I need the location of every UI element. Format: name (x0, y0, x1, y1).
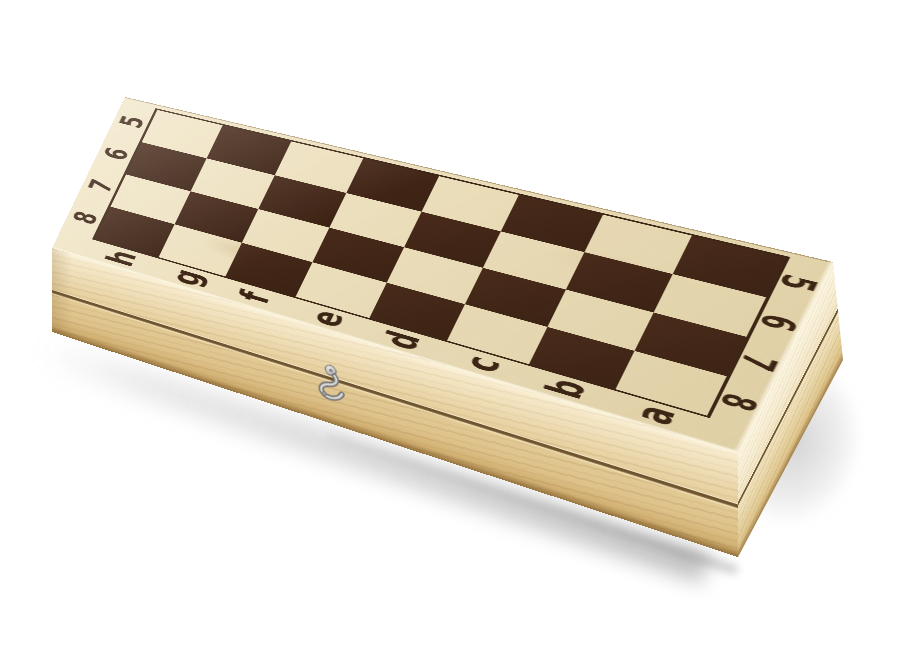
scene: hgfedcba56785678 (0, 0, 900, 650)
rank-label-right-6: 6 (752, 311, 803, 335)
front-left-end-shading (52, 248, 72, 339)
rank-label-left-8: 8 (69, 209, 102, 227)
rank-label-right-7: 7 (733, 350, 784, 375)
rank-label-left-7: 7 (84, 177, 118, 195)
rank-label-left-6: 6 (100, 145, 134, 163)
rank-label-right-8: 8 (713, 389, 764, 414)
rank-label-right-5: 5 (772, 271, 824, 295)
rank-label-left-5: 5 (115, 113, 149, 130)
clasp-hook-latch (302, 352, 357, 417)
